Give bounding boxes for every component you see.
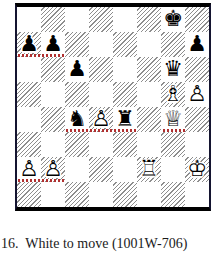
square-f6 [137,57,161,82]
square-g7 [161,32,185,57]
white-pawn-b2: ♙ [41,156,65,181]
white-rook-f2: ♖ [137,156,161,181]
black-queen-halo: ♛ [161,56,185,81]
square-h5: ♟♙ [185,82,209,107]
black-rook-e4: ♜ [113,106,137,131]
square-c1 [65,182,89,207]
spellcheck-squiggle [18,179,64,182]
chess-diagram-page: ♚♚♟♟♟♟♟♟♟♟♛♛♝♗♟♙♞♞♟♙♜♜♛♕♟♙♟♙♜♖♚♔ 16. Whi… [0,0,213,262]
black-pawn-h7: ♟ [185,31,209,56]
white-pawn-h5: ♙ [185,81,209,106]
square-h2: ♚♔ [185,157,209,182]
square-e6 [113,57,137,82]
square-c7 [65,32,89,57]
white-bishop-g5: ♗ [161,81,185,106]
spellcheck-squiggle [66,129,136,132]
square-d2 [89,157,113,182]
white-pawn-a2: ♙ [17,156,41,181]
black-knight-c4: ♞ [65,106,89,131]
square-d8 [89,7,113,32]
square-c2 [65,157,89,182]
square-g8: ♚♚ [161,7,185,32]
square-g5: ♝♗ [161,82,185,107]
black-pawn-halo: ♟ [17,31,41,56]
white-pawn-halo: ♟ [185,81,209,106]
square-b3 [41,132,65,157]
square-d3 [89,132,113,157]
white-pawn-halo: ♟ [89,106,113,131]
black-pawn-halo: ♟ [65,56,89,81]
square-a8 [17,7,41,32]
black-pawn-b7: ♟ [41,31,65,56]
square-g3 [161,132,185,157]
square-a4 [17,107,41,132]
square-d7 [89,32,113,57]
square-b1 [41,182,65,207]
square-f8 [137,7,161,32]
square-f4 [137,107,161,132]
square-c8 [65,7,89,32]
black-pawn-halo: ♟ [185,31,209,56]
square-h6 [185,57,209,82]
square-c6: ♟♟ [65,57,89,82]
square-e7 [113,32,137,57]
white-king-halo: ♚ [185,156,209,181]
square-f3 [137,132,161,157]
black-pawn-a7: ♟ [17,31,41,56]
square-b8 [41,7,65,32]
black-queen-g6: ♛ [161,56,185,81]
spellcheck-squiggle [163,129,185,132]
black-king-halo: ♚ [161,6,185,31]
square-c5 [65,82,89,107]
square-b6 [41,57,65,82]
black-pawn-c6: ♟ [65,56,89,81]
white-pawn-halo: ♟ [17,156,41,181]
white-queen-halo: ♛ [161,106,185,131]
white-queen-g4: ♕ [161,106,185,131]
square-f2: ♜♖ [137,157,161,182]
square-d5 [89,82,113,107]
square-h3 [185,132,209,157]
black-king-g8: ♚ [161,6,185,31]
square-h1 [185,182,209,207]
square-e2 [113,157,137,182]
square-e8 [113,7,137,32]
square-g2 [161,157,185,182]
square-d6 [89,57,113,82]
white-rook-halo: ♜ [137,156,161,181]
square-c3 [65,132,89,157]
white-pawn-d4: ♙ [89,106,113,131]
square-h4 [185,107,209,132]
square-b4 [41,107,65,132]
chess-board: ♚♚♟♟♟♟♟♟♟♟♛♛♝♗♟♙♞♞♟♙♜♜♛♕♟♙♟♙♜♖♚♔ [15,3,211,211]
board-grid: ♚♚♟♟♟♟♟♟♟♟♛♛♝♗♟♙♞♞♟♙♜♜♛♕♟♙♟♙♜♖♚♔ [17,7,209,207]
square-e3 [113,132,137,157]
black-pawn-halo: ♟ [41,31,65,56]
square-a5 [17,82,41,107]
square-a6 [17,57,41,82]
square-f7 [137,32,161,57]
square-h8 [185,7,209,32]
diagram-caption: 16. White to move (1001W-706) [1,236,187,252]
white-king-h2: ♔ [185,156,209,181]
square-e5 [113,82,137,107]
square-g1 [161,182,185,207]
white-bishop-halo: ♝ [161,81,185,106]
square-h7: ♟♟ [185,32,209,57]
square-b5 [41,82,65,107]
spellcheck-squiggle [18,54,64,57]
white-pawn-halo: ♟ [41,156,65,181]
square-f1 [137,182,161,207]
square-a3 [17,132,41,157]
square-a1 [17,182,41,207]
black-knight-halo: ♞ [65,106,89,131]
black-rook-halo: ♜ [113,106,137,131]
square-f5 [137,82,161,107]
square-d1 [89,182,113,207]
square-g6: ♛♛ [161,57,185,82]
square-e1 [113,182,137,207]
